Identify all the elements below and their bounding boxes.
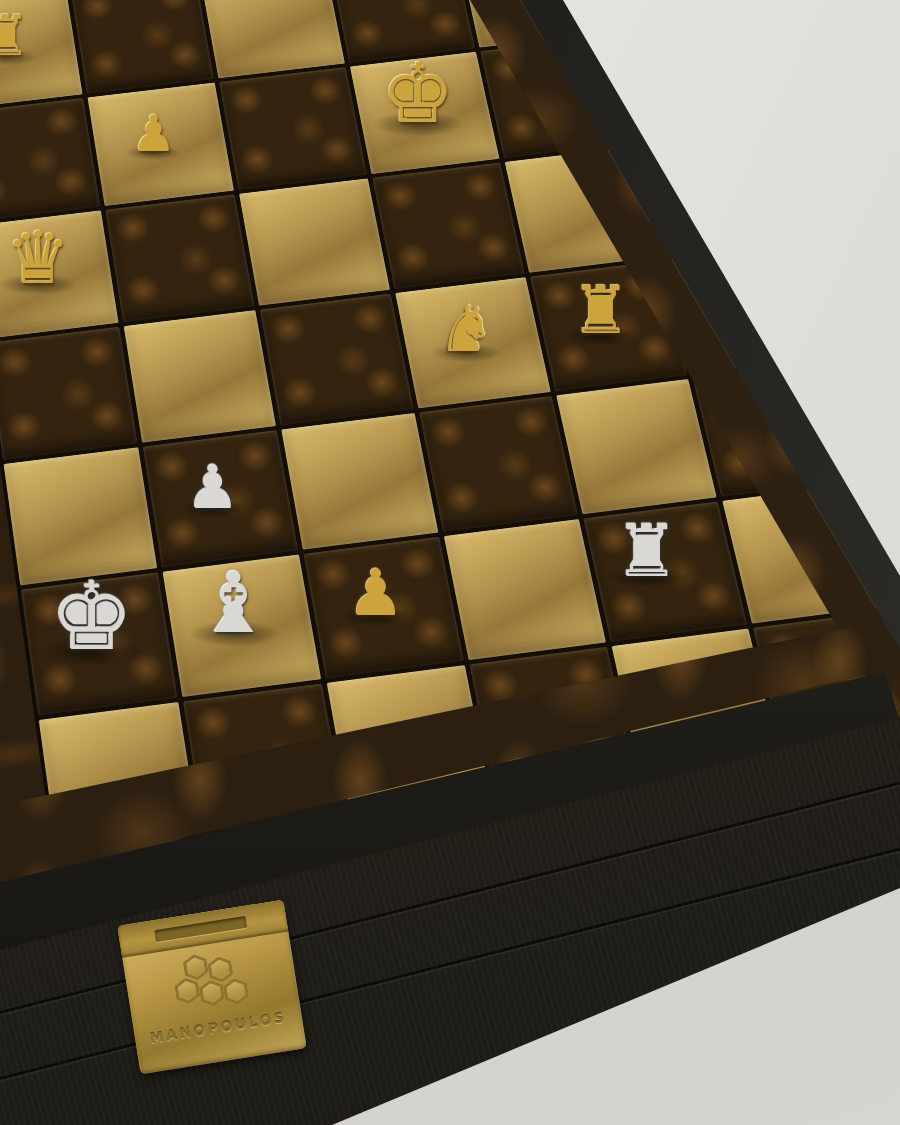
latch-slot [154,916,247,942]
square-b8[interactable] [70,0,214,94]
gold-pawn-b7[interactable]: ♟ [132,109,177,159]
square-d6[interactable] [372,163,524,290]
rook-glyph: ♜ [615,515,680,587]
pawn-glyph: ♟ [186,457,240,517]
king-glyph: ♚ [381,53,455,135]
rook-glyph: ♜ [571,278,630,344]
silver-bishop-b3[interactable]: ♝ [196,561,271,645]
queen-glyph: ♛ [6,222,71,294]
silver-pawn-b4[interactable]: ♟ [186,457,240,517]
gold-queen-a6[interactable]: ♛ [6,222,71,294]
scene: MANOPOULOS ♜ ♟ ♚ ♛ ♞ ♜ ♟ ♟ ♚ ♝ ♜ [0,0,900,1125]
square-b6[interactable] [105,194,254,322]
silver-king-a3[interactable]: ♚ [50,570,134,664]
knight-glyph: ♞ [437,297,494,361]
king-glyph: ♚ [50,570,134,664]
square-d4[interactable] [419,396,578,532]
gold-king-d7[interactable]: ♚ [381,53,455,135]
square-e4[interactable] [556,379,716,514]
square-c5[interactable] [260,294,414,426]
silver-rook-e3[interactable]: ♜ [615,515,680,587]
gold-pawn-c3[interactable]: ♟ [347,561,404,625]
square-c6[interactable] [239,178,390,305]
square-c8[interactable] [200,0,345,78]
pawn-glyph: ♟ [347,561,404,625]
latch[interactable]: MANOPOULOS [117,900,306,1074]
square-a7[interactable] [0,98,100,222]
latch-brand-text: MANOPOULOS [134,1006,302,1048]
square-c7[interactable] [219,67,367,190]
bishop-glyph: ♝ [196,561,271,645]
rook-glyph: ♜ [0,8,30,64]
square-a5[interactable] [0,327,138,460]
square-d3[interactable] [444,519,606,660]
gold-rook-e5[interactable]: ♜ [571,278,630,344]
gold-rook-a8[interactable]: ♜ [0,8,30,64]
gold-knight-d5[interactable]: ♞ [437,297,494,361]
square-c4[interactable] [281,413,438,550]
pawn-glyph: ♟ [132,109,177,159]
square-b5[interactable] [124,310,276,443]
